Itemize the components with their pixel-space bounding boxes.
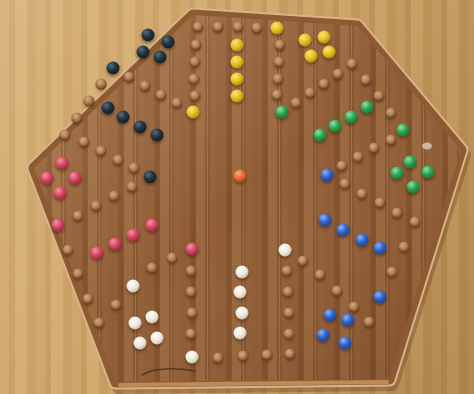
hole-empty[interactable]	[273, 74, 284, 85]
hole-empty[interactable]	[156, 90, 167, 101]
marble-green[interactable]	[407, 181, 420, 194]
hole-empty[interactable]	[238, 351, 249, 362]
marble-black[interactable]	[137, 46, 150, 59]
hole-empty[interactable]	[186, 329, 197, 340]
marble-yellow[interactable]	[231, 73, 244, 86]
marble-blue[interactable]	[321, 169, 334, 182]
hole-empty[interactable]	[124, 72, 135, 83]
marble-red[interactable]	[127, 229, 140, 242]
marble-red[interactable]	[186, 243, 199, 256]
hole-empty[interactable]	[127, 182, 138, 193]
hole-empty[interactable]	[337, 161, 348, 172]
hole-empty[interactable]	[386, 108, 397, 119]
hole-empty[interactable]	[262, 350, 273, 361]
hole-empty[interactable]	[113, 155, 124, 166]
marble-green[interactable]	[391, 167, 404, 180]
marble-green[interactable]	[397, 124, 410, 137]
marble-white[interactable]	[134, 337, 147, 350]
hole-empty[interactable]	[91, 201, 102, 212]
hole-empty[interactable]	[387, 267, 398, 278]
marble-red[interactable]	[146, 219, 159, 232]
hole-empty[interactable]	[109, 191, 120, 202]
hole-empty[interactable]	[96, 146, 107, 157]
hole-empty[interactable]	[333, 69, 344, 80]
hole-empty[interactable]	[364, 317, 375, 328]
marble-blue[interactable]	[339, 337, 352, 350]
hole-empty[interactable]	[233, 22, 244, 33]
hole-empty[interactable]	[96, 79, 107, 90]
hole-empty[interactable]	[189, 74, 200, 85]
hole-empty[interactable]	[305, 88, 316, 99]
marble-blue[interactable]	[342, 314, 355, 327]
marble-yellow[interactable]	[323, 46, 336, 59]
hole-empty[interactable]	[83, 294, 94, 305]
marble-yellow[interactable]	[187, 106, 200, 119]
marble-green[interactable]	[422, 166, 435, 179]
hole-empty[interactable]	[213, 353, 224, 364]
marble-blue[interactable]	[374, 242, 387, 255]
hole-empty[interactable]	[187, 308, 198, 319]
hole-empty[interactable]	[392, 208, 403, 219]
hole-empty[interactable]	[386, 135, 397, 146]
marble-black[interactable]	[154, 51, 167, 64]
marble-green[interactable]	[276, 106, 289, 119]
hole-empty[interactable]	[332, 286, 343, 297]
marble-blue[interactable]	[337, 224, 350, 237]
hole-empty[interactable]	[283, 287, 294, 298]
marble-blue[interactable]	[374, 291, 387, 304]
marble-white[interactable]	[234, 286, 247, 299]
marble-red[interactable]	[41, 172, 54, 185]
marble-white[interactable]	[279, 244, 292, 257]
marble-yellow[interactable]	[271, 22, 284, 35]
marble-black[interactable]	[162, 36, 175, 49]
hole-empty[interactable]	[357, 189, 368, 200]
marble-yellow[interactable]	[318, 31, 331, 44]
marble-green[interactable]	[361, 101, 374, 114]
marble-red[interactable]	[54, 187, 67, 200]
hole-empty[interactable]	[274, 57, 285, 68]
hole-empty[interactable]	[275, 40, 286, 51]
marble-white[interactable]	[236, 307, 249, 320]
marble-black[interactable]	[142, 29, 155, 42]
hole-empty[interactable]	[315, 270, 326, 281]
hole-empty[interactable]	[410, 217, 421, 228]
hole-empty[interactable]	[340, 179, 351, 190]
hole-empty[interactable]	[147, 263, 158, 274]
marble-white[interactable]	[234, 327, 247, 340]
marble-green[interactable]	[404, 156, 417, 169]
hole-empty[interactable]	[63, 245, 74, 256]
hole-empty[interactable]	[190, 57, 201, 68]
hole-empty[interactable]	[191, 40, 202, 51]
hole-empty[interactable]	[94, 318, 105, 329]
hole-empty[interactable]	[213, 22, 224, 33]
marble-red[interactable]	[52, 219, 65, 232]
marble-black[interactable]	[102, 102, 115, 115]
hole-empty[interactable]	[140, 81, 151, 92]
marble-green[interactable]	[329, 120, 342, 133]
hole-empty[interactable]	[374, 91, 385, 102]
scuff-mark	[422, 143, 432, 150]
hole-empty[interactable]	[319, 79, 330, 90]
marble-orange[interactable]	[234, 170, 247, 183]
marble-red[interactable]	[56, 157, 69, 170]
marble-white[interactable]	[236, 266, 249, 279]
marble-white[interactable]	[151, 332, 164, 345]
marble-blue[interactable]	[317, 329, 330, 342]
hole-empty[interactable]	[167, 253, 178, 264]
marble-red[interactable]	[91, 247, 104, 260]
hole-empty[interactable]	[285, 349, 296, 360]
marble-yellow[interactable]	[299, 34, 312, 47]
hole-empty[interactable]	[73, 211, 84, 222]
hole-empty[interactable]	[79, 137, 90, 148]
hole-empty[interactable]	[252, 23, 263, 34]
marble-yellow[interactable]	[231, 90, 244, 103]
hole-empty[interactable]	[186, 266, 197, 277]
marble-yellow[interactable]	[231, 56, 244, 69]
hole-empty[interactable]	[73, 269, 84, 280]
hole-empty[interactable]	[282, 266, 293, 277]
marble-red[interactable]	[109, 238, 122, 251]
marble-black[interactable]	[151, 129, 164, 142]
hole-empty[interactable]	[193, 22, 204, 33]
marble-green[interactable]	[314, 129, 327, 142]
hole-empty[interactable]	[186, 287, 197, 298]
marble-black[interactable]	[117, 111, 130, 124]
hole-empty[interactable]	[349, 302, 360, 313]
hole-empty[interactable]	[84, 96, 95, 107]
marble-blue[interactable]	[324, 309, 337, 322]
marble-blue[interactable]	[356, 234, 369, 247]
hole-empty[interactable]	[284, 308, 295, 319]
hole-empty[interactable]	[361, 75, 372, 86]
hole-empty[interactable]	[399, 242, 410, 253]
hole-empty[interactable]	[284, 329, 295, 340]
marble-white[interactable]	[127, 280, 140, 293]
marble-blue[interactable]	[319, 214, 332, 227]
table-surface	[0, 0, 474, 394]
hole-empty[interactable]	[190, 91, 201, 102]
marble-red[interactable]	[69, 172, 82, 185]
marble-black[interactable]	[134, 121, 147, 134]
hole-empty[interactable]	[60, 130, 71, 141]
marble-green[interactable]	[345, 111, 358, 124]
marble-white[interactable]	[186, 351, 199, 364]
hole-empty[interactable]	[129, 163, 140, 174]
hole-empty[interactable]	[111, 300, 122, 311]
hole-empty[interactable]	[72, 113, 83, 124]
marble-black[interactable]	[144, 171, 157, 184]
marble-white[interactable]	[146, 311, 159, 324]
hole-empty[interactable]	[353, 152, 364, 163]
marble-yellow[interactable]	[305, 50, 318, 63]
hole-empty[interactable]	[272, 90, 283, 101]
marble-white[interactable]	[129, 317, 142, 330]
marble-black[interactable]	[107, 62, 120, 75]
hole-empty[interactable]	[375, 198, 386, 209]
hole-empty[interactable]	[298, 256, 309, 267]
hole-empty[interactable]	[172, 98, 183, 109]
hole-empty[interactable]	[347, 59, 358, 70]
hole-empty[interactable]	[369, 143, 380, 154]
marble-yellow[interactable]	[231, 39, 244, 52]
hole-empty[interactable]	[291, 98, 302, 109]
